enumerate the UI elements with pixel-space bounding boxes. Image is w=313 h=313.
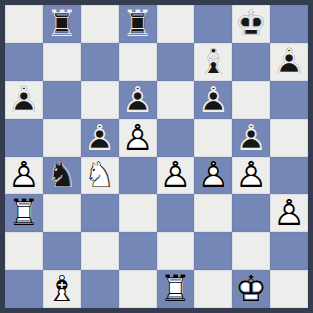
square-d5[interactable]: ♟♙: [119, 119, 157, 157]
square-c3[interactable]: [81, 194, 119, 232]
square-h3[interactable]: ♟♙: [270, 194, 308, 232]
square-g2[interactable]: [232, 232, 270, 270]
square-c4[interactable]: ♞♘: [81, 157, 119, 195]
square-d8[interactable]: ♜♖: [119, 5, 157, 43]
piece-glyph-outline: ♖: [119, 5, 157, 43]
square-h8[interactable]: [270, 5, 308, 43]
square-c6[interactable]: [81, 81, 119, 119]
piece-black-pawn[interactable]: ♟♙: [194, 81, 232, 119]
square-b6[interactable]: [43, 81, 81, 119]
square-b5[interactable]: [43, 119, 81, 157]
piece-glyph-outline: ♘: [43, 157, 81, 195]
piece-glyph-outline: ♙: [232, 157, 270, 195]
square-e3[interactable]: [157, 194, 195, 232]
piece-glyph-outline: ♔: [232, 5, 270, 43]
piece-white-pawn[interactable]: ♟♙: [270, 194, 308, 232]
square-h5[interactable]: [270, 119, 308, 157]
square-f1[interactable]: [194, 270, 232, 308]
piece-glyph-outline: ♙: [157, 157, 195, 195]
square-e7[interactable]: [157, 43, 195, 81]
square-h4[interactable]: [270, 157, 308, 195]
square-a3[interactable]: ♜♖: [5, 194, 43, 232]
square-g6[interactable]: [232, 81, 270, 119]
square-f3[interactable]: [194, 194, 232, 232]
chess-board-frame: ♜♖♜♖♚♔♝♗♟♙♟♙♟♙♟♙♟♙♟♙♟♙♟♙♞♘♞♘♟♙♟♙♟♙♜♖♟♙♝♗…: [0, 0, 313, 313]
square-d4[interactable]: [119, 157, 157, 195]
piece-white-bishop[interactable]: ♝♗: [43, 270, 81, 308]
square-h6[interactable]: [270, 81, 308, 119]
piece-black-rook[interactable]: ♜♖: [43, 5, 81, 43]
piece-white-pawn[interactable]: ♟♙: [232, 157, 270, 195]
piece-black-pawn[interactable]: ♟♙: [5, 81, 43, 119]
square-h1[interactable]: [270, 270, 308, 308]
piece-glyph-outline: ♙: [5, 81, 43, 119]
square-g7[interactable]: [232, 43, 270, 81]
square-g4[interactable]: ♟♙: [232, 157, 270, 195]
piece-white-pawn[interactable]: ♟♙: [5, 157, 43, 195]
piece-glyph-outline: ♔: [232, 270, 270, 308]
square-f8[interactable]: [194, 5, 232, 43]
square-a2[interactable]: [5, 232, 43, 270]
piece-black-bishop[interactable]: ♝♗: [194, 43, 232, 81]
square-g8[interactable]: ♚♔: [232, 5, 270, 43]
piece-black-king[interactable]: ♚♔: [232, 5, 270, 43]
square-c7[interactable]: [81, 43, 119, 81]
piece-black-pawn[interactable]: ♟♙: [119, 81, 157, 119]
piece-black-pawn[interactable]: ♟♙: [270, 43, 308, 81]
square-d6[interactable]: ♟♙: [119, 81, 157, 119]
square-f2[interactable]: [194, 232, 232, 270]
square-a8[interactable]: [5, 5, 43, 43]
square-c5[interactable]: ♟♙: [81, 119, 119, 157]
square-f5[interactable]: [194, 119, 232, 157]
square-f7[interactable]: ♝♗: [194, 43, 232, 81]
piece-glyph-outline: ♖: [5, 194, 43, 232]
square-a5[interactable]: [5, 119, 43, 157]
square-e2[interactable]: [157, 232, 195, 270]
piece-white-rook[interactable]: ♜♖: [157, 270, 195, 308]
piece-black-knight[interactable]: ♞♘: [43, 157, 81, 195]
piece-glyph-outline: ♙: [5, 157, 43, 195]
piece-black-pawn[interactable]: ♟♙: [232, 119, 270, 157]
square-f6[interactable]: ♟♙: [194, 81, 232, 119]
piece-glyph-outline: ♗: [43, 270, 81, 308]
piece-glyph-outline: ♙: [119, 81, 157, 119]
square-c1[interactable]: [81, 270, 119, 308]
square-e8[interactable]: [157, 5, 195, 43]
square-c2[interactable]: [81, 232, 119, 270]
piece-glyph-outline: ♖: [43, 5, 81, 43]
piece-glyph-outline: ♙: [119, 119, 157, 157]
piece-black-rook[interactable]: ♜♖: [119, 5, 157, 43]
square-d3[interactable]: [119, 194, 157, 232]
square-e6[interactable]: [157, 81, 195, 119]
square-h7[interactable]: ♟♙: [270, 43, 308, 81]
square-e4[interactable]: ♟♙: [157, 157, 195, 195]
piece-glyph-outline: ♙: [270, 194, 308, 232]
square-d1[interactable]: [119, 270, 157, 308]
chess-board: ♜♖♜♖♚♔♝♗♟♙♟♙♟♙♟♙♟♙♟♙♟♙♟♙♞♘♞♘♟♙♟♙♟♙♜♖♟♙♝♗…: [5, 5, 308, 308]
square-h2[interactable]: [270, 232, 308, 270]
piece-white-pawn[interactable]: ♟♙: [119, 119, 157, 157]
square-a1[interactable]: [5, 270, 43, 308]
square-g1[interactable]: ♚♔: [232, 270, 270, 308]
square-a4[interactable]: ♟♙: [5, 157, 43, 195]
piece-glyph-outline: ♙: [194, 157, 232, 195]
square-a6[interactable]: ♟♙: [5, 81, 43, 119]
piece-white-rook[interactable]: ♜♖: [5, 194, 43, 232]
piece-glyph-outline: ♖: [157, 270, 195, 308]
square-b7[interactable]: [43, 43, 81, 81]
piece-black-pawn[interactable]: ♟♙: [81, 119, 119, 157]
square-b2[interactable]: [43, 232, 81, 270]
square-b1[interactable]: ♝♗: [43, 270, 81, 308]
square-g5[interactable]: ♟♙: [232, 119, 270, 157]
square-a7[interactable]: [5, 43, 43, 81]
square-b3[interactable]: [43, 194, 81, 232]
square-d7[interactable]: [119, 43, 157, 81]
piece-glyph-outline: ♙: [81, 119, 119, 157]
square-c8[interactable]: [81, 5, 119, 43]
square-g3[interactable]: [232, 194, 270, 232]
square-b8[interactable]: ♜♖: [43, 5, 81, 43]
piece-glyph-outline: ♗: [194, 43, 232, 81]
square-b4[interactable]: ♞♘: [43, 157, 81, 195]
square-d2[interactable]: [119, 232, 157, 270]
piece-glyph-outline: ♙: [194, 81, 232, 119]
square-f4[interactable]: ♟♙: [194, 157, 232, 195]
piece-white-pawn[interactable]: ♟♙: [157, 157, 195, 195]
piece-white-king[interactable]: ♚♔: [232, 270, 270, 308]
square-e1[interactable]: ♜♖: [157, 270, 195, 308]
piece-glyph-outline: ♘: [81, 157, 119, 195]
piece-white-pawn[interactable]: ♟♙: [194, 157, 232, 195]
piece-white-knight[interactable]: ♞♘: [81, 157, 119, 195]
piece-glyph-outline: ♙: [232, 119, 270, 157]
square-e5[interactable]: [157, 119, 195, 157]
piece-glyph-outline: ♙: [270, 43, 308, 81]
